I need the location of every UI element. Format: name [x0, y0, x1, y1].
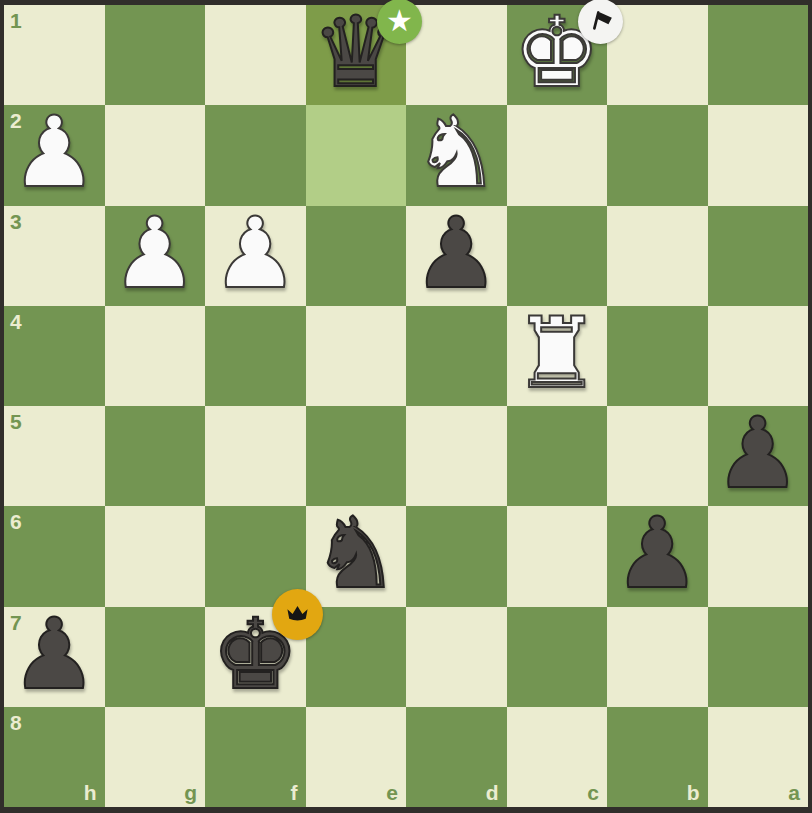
best-move-star-badge: ★ — [377, 0, 422, 44]
square-c4[interactable]: ♜ — [507, 306, 608, 406]
square-d8[interactable]: d — [406, 707, 507, 807]
square-g3[interactable]: ♟ — [105, 206, 206, 306]
square-a2[interactable] — [708, 105, 809, 205]
square-c5[interactable] — [507, 406, 608, 506]
square-h5[interactable]: 5 — [4, 406, 105, 506]
square-g4[interactable] — [105, 306, 206, 406]
file-label-b: b — [687, 782, 700, 803]
black-pawn[interactable]: ♟ — [613, 504, 701, 602]
file-label-f: f — [291, 782, 298, 803]
black-pawn[interactable]: ♟ — [10, 605, 98, 703]
square-c2[interactable] — [507, 105, 608, 205]
square-c1[interactable]: ♚ — [507, 5, 608, 105]
square-c8[interactable]: c — [507, 707, 608, 807]
square-h7[interactable]: 7♟ — [4, 607, 105, 707]
chess-board: 1♛★♚2♟♞3♟♟♟4♜5♟6♞♟7♟♚8hgfedcba — [4, 5, 808, 807]
square-f7[interactable]: ♚ — [205, 607, 306, 707]
square-b7[interactable] — [607, 607, 708, 707]
square-e8[interactable]: e — [306, 707, 407, 807]
square-e5[interactable] — [306, 406, 407, 506]
square-d3[interactable]: ♟ — [406, 206, 507, 306]
rank-label-6: 6 — [10, 511, 22, 532]
black-pawn[interactable]: ♟ — [412, 204, 500, 302]
rank-label-1: 1 — [10, 10, 22, 31]
square-a7[interactable] — [708, 607, 809, 707]
square-b5[interactable] — [607, 406, 708, 506]
square-a4[interactable] — [708, 306, 809, 406]
square-d4[interactable] — [406, 306, 507, 406]
square-c3[interactable] — [507, 206, 608, 306]
square-a8[interactable]: a — [708, 707, 809, 807]
winner-crown-badge — [272, 589, 323, 640]
square-h2[interactable]: 2♟ — [4, 105, 105, 205]
crown-icon — [282, 599, 313, 630]
black-pawn[interactable]: ♟ — [714, 404, 802, 502]
square-f5[interactable] — [205, 406, 306, 506]
square-a3[interactable] — [708, 206, 809, 306]
rank-label-4: 4 — [10, 311, 22, 332]
square-g7[interactable] — [105, 607, 206, 707]
square-g5[interactable] — [105, 406, 206, 506]
rank-label-3: 3 — [10, 211, 22, 232]
chessboard-frame: 1♛★♚2♟♞3♟♟♟4♜5♟6♞♟7♟♚8hgfedcba — [0, 0, 812, 813]
square-g1[interactable] — [105, 5, 206, 105]
square-e2-move-from-highlight[interactable] — [306, 105, 407, 205]
white-pawn[interactable]: ♟ — [211, 204, 299, 302]
square-e6[interactable]: ♞ — [306, 506, 407, 606]
square-e1-move-to-highlight[interactable]: ♛★ — [306, 5, 407, 105]
square-f3[interactable]: ♟ — [205, 206, 306, 306]
square-b4[interactable] — [607, 306, 708, 406]
white-knight[interactable]: ♞ — [412, 103, 500, 201]
square-b6[interactable]: ♟ — [607, 506, 708, 606]
white-rook[interactable]: ♜ — [513, 304, 601, 402]
square-a6[interactable] — [708, 506, 809, 606]
square-h8[interactable]: 8h — [4, 707, 105, 807]
star-icon: ★ — [386, 6, 413, 36]
square-c7[interactable] — [507, 607, 608, 707]
square-c6[interactable] — [507, 506, 608, 606]
game-over-flag-badge — [578, 0, 623, 44]
square-a5[interactable]: ♟ — [708, 406, 809, 506]
square-e3[interactable] — [306, 206, 407, 306]
file-label-e: e — [386, 782, 398, 803]
black-knight[interactable]: ♞ — [312, 504, 400, 602]
square-d5[interactable] — [406, 406, 507, 506]
square-g6[interactable] — [105, 506, 206, 606]
square-h4[interactable]: 4 — [4, 306, 105, 406]
square-f4[interactable] — [205, 306, 306, 406]
square-h6[interactable]: 6 — [4, 506, 105, 606]
white-pawn[interactable]: ♟ — [10, 103, 98, 201]
rank-label-8: 8 — [10, 712, 22, 733]
square-e4[interactable] — [306, 306, 407, 406]
square-b2[interactable] — [607, 105, 708, 205]
file-label-h: h — [84, 782, 97, 803]
square-d6[interactable] — [406, 506, 507, 606]
rank-label-5: 5 — [10, 411, 22, 432]
file-label-d: d — [486, 782, 499, 803]
square-d7[interactable] — [406, 607, 507, 707]
square-b8[interactable]: b — [607, 707, 708, 807]
square-h3[interactable]: 3 — [4, 206, 105, 306]
square-b3[interactable] — [607, 206, 708, 306]
square-f1[interactable] — [205, 5, 306, 105]
square-g8[interactable]: g — [105, 707, 206, 807]
flag-icon — [587, 8, 614, 35]
file-label-g: g — [184, 782, 197, 803]
square-f8[interactable]: f — [205, 707, 306, 807]
file-label-a: a — [788, 782, 800, 803]
square-h1[interactable]: 1 — [4, 5, 105, 105]
square-d2[interactable]: ♞ — [406, 105, 507, 205]
file-label-c: c — [587, 782, 599, 803]
square-g2[interactable] — [105, 105, 206, 205]
square-a1[interactable] — [708, 5, 809, 105]
square-f2[interactable] — [205, 105, 306, 205]
white-pawn[interactable]: ♟ — [111, 204, 199, 302]
